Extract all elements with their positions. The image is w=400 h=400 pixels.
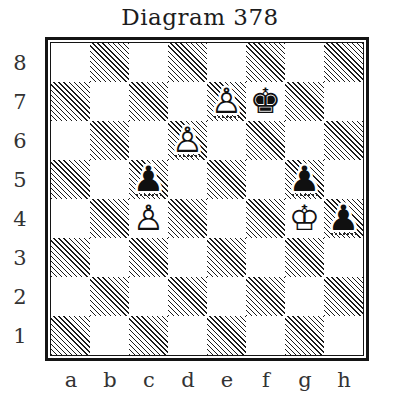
rank-label-3: 3 [8, 239, 32, 278]
diagram-title: Diagram 378 [0, 4, 400, 30]
square-a6 [51, 121, 90, 160]
square-a4 [51, 199, 90, 238]
square-a3 [51, 238, 90, 277]
file-label-h: h [325, 368, 364, 392]
file-label-c: c [130, 368, 169, 392]
chess-board: ♟♙♚♚♟♙♟♟♟♟♟♙♚♔♟♟ [51, 43, 363, 355]
square-h6 [324, 121, 363, 160]
rank-label-2: 2 [8, 278, 32, 317]
square-g3 [285, 238, 324, 277]
square-g2 [285, 277, 324, 316]
square-g8 [285, 43, 324, 82]
square-a8 [51, 43, 90, 82]
square-h3 [324, 238, 363, 277]
square-f8 [246, 43, 285, 82]
file-label-f: f [247, 368, 286, 392]
square-f4 [246, 199, 285, 238]
square-f1 [246, 316, 285, 355]
file-label-e: e [208, 368, 247, 392]
square-h1 [324, 316, 363, 355]
square-g7 [285, 82, 324, 121]
square-f2 [246, 277, 285, 316]
black-king-f7: ♚ [246, 82, 285, 121]
square-d4 [168, 199, 207, 238]
square-a7 [51, 82, 90, 121]
square-d6: ♟♙ [168, 121, 207, 160]
square-d7 [168, 82, 207, 121]
square-f6 [246, 121, 285, 160]
file-label-b: b [91, 368, 130, 392]
square-b7 [90, 82, 129, 121]
square-b5 [90, 160, 129, 199]
square-b1 [90, 316, 129, 355]
square-d8 [168, 43, 207, 82]
square-b8 [90, 43, 129, 82]
square-d3 [168, 238, 207, 277]
file-label-a: a [52, 368, 91, 392]
black-pawn-c5: ♟ [129, 160, 168, 199]
square-a2 [51, 277, 90, 316]
white-pawn-c4: ♙ [129, 199, 168, 238]
white-pawn-d6: ♙ [168, 121, 207, 160]
square-e2 [207, 277, 246, 316]
square-g5: ♟♟ [285, 160, 324, 199]
file-label-g: g [286, 368, 325, 392]
square-h4: ♟♟ [324, 199, 363, 238]
square-c2 [129, 277, 168, 316]
square-e5 [207, 160, 246, 199]
square-c5: ♟♟ [129, 160, 168, 199]
square-d1 [168, 316, 207, 355]
rank-label-1: 1 [8, 317, 32, 356]
rank-label-4: 4 [8, 200, 32, 239]
square-e4 [207, 199, 246, 238]
rank-label-6: 6 [8, 122, 32, 161]
file-label-d: d [169, 368, 208, 392]
rank-labels: 87654321 [8, 44, 32, 356]
square-g4: ♚♔ [285, 199, 324, 238]
white-pawn-e7: ♙ [207, 82, 246, 121]
square-g1 [285, 316, 324, 355]
white-king-g4: ♔ [285, 199, 324, 238]
square-c8 [129, 43, 168, 82]
square-e3 [207, 238, 246, 277]
rank-label-7: 7 [8, 83, 32, 122]
rank-label-8: 8 [8, 44, 32, 83]
file-labels: abcdefgh [52, 368, 364, 392]
square-d5 [168, 160, 207, 199]
square-c3 [129, 238, 168, 277]
square-h5 [324, 160, 363, 199]
square-c4: ♟♙ [129, 199, 168, 238]
square-c7 [129, 82, 168, 121]
black-pawn-h4: ♟ [324, 199, 363, 238]
square-a1 [51, 316, 90, 355]
square-b4 [90, 199, 129, 238]
square-b6 [90, 121, 129, 160]
chess-board-inner-border: ♟♙♚♚♟♙♟♟♟♟♟♙♚♔♟♟ [50, 42, 364, 356]
square-e7: ♟♙ [207, 82, 246, 121]
square-c6 [129, 121, 168, 160]
chess-board-border: ♟♙♚♚♟♙♟♟♟♟♟♙♚♔♟♟ [45, 37, 369, 361]
square-f5 [246, 160, 285, 199]
square-g6 [285, 121, 324, 160]
square-b2 [90, 277, 129, 316]
square-a5 [51, 160, 90, 199]
square-h2 [324, 277, 363, 316]
square-c1 [129, 316, 168, 355]
square-f3 [246, 238, 285, 277]
square-e8 [207, 43, 246, 82]
square-h7 [324, 82, 363, 121]
black-pawn-g5: ♟ [285, 160, 324, 199]
square-e6 [207, 121, 246, 160]
square-d2 [168, 277, 207, 316]
square-h8 [324, 43, 363, 82]
square-b3 [90, 238, 129, 277]
square-e1 [207, 316, 246, 355]
square-f7: ♚♚ [246, 82, 285, 121]
rank-label-5: 5 [8, 161, 32, 200]
